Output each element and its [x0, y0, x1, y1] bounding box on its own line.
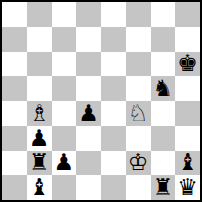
- square-d1[interactable]: [76, 175, 101, 200]
- square-h7[interactable]: [175, 27, 200, 52]
- square-e7[interactable]: [101, 27, 126, 52]
- piece-black-king: ♚: [177, 52, 198, 75]
- square-e4[interactable]: [101, 101, 126, 126]
- square-d8[interactable]: [76, 2, 101, 27]
- square-c2[interactable]: ♟: [52, 151, 77, 176]
- square-d7[interactable]: [76, 27, 101, 52]
- square-f2[interactable]: ♔: [126, 151, 151, 176]
- square-e3[interactable]: [101, 126, 126, 151]
- piece-black-pawn: ♟: [29, 127, 50, 150]
- square-b5[interactable]: [27, 76, 52, 101]
- piece-black-pawn: ♟: [78, 102, 99, 125]
- square-c7[interactable]: [52, 27, 77, 52]
- square-d3[interactable]: [76, 126, 101, 151]
- square-h5[interactable]: [175, 76, 200, 101]
- square-h4[interactable]: [175, 101, 200, 126]
- square-h6[interactable]: ♚: [175, 52, 200, 77]
- piece-black-pawn: ♟: [54, 151, 75, 174]
- square-a5[interactable]: [2, 76, 27, 101]
- square-b8[interactable]: [27, 2, 52, 27]
- piece-white-knight: ♘: [128, 102, 149, 125]
- square-a1[interactable]: [2, 175, 27, 200]
- piece-black-rook: ♜: [153, 176, 174, 199]
- square-b4[interactable]: ♗: [27, 101, 52, 126]
- square-e2[interactable]: [101, 151, 126, 176]
- chess-board-frame: ♚♞♗♟♘♟♜♟♔♝♝♜♛: [0, 0, 202, 202]
- square-b3[interactable]: ♟: [27, 126, 52, 151]
- square-g6[interactable]: [151, 52, 176, 77]
- square-d5[interactable]: [76, 76, 101, 101]
- square-f1[interactable]: [126, 175, 151, 200]
- square-c8[interactable]: [52, 2, 77, 27]
- square-c1[interactable]: [52, 175, 77, 200]
- square-g7[interactable]: [151, 27, 176, 52]
- square-g8[interactable]: [151, 2, 176, 27]
- square-g3[interactable]: [151, 126, 176, 151]
- square-f6[interactable]: [126, 52, 151, 77]
- square-e1[interactable]: [101, 175, 126, 200]
- square-g4[interactable]: [151, 101, 176, 126]
- piece-black-bishop: ♝: [29, 176, 50, 199]
- square-g5[interactable]: ♞: [151, 76, 176, 101]
- square-h2[interactable]: ♝: [175, 151, 200, 176]
- square-e8[interactable]: [101, 2, 126, 27]
- square-b1[interactable]: ♝: [27, 175, 52, 200]
- square-b2[interactable]: ♜: [27, 151, 52, 176]
- square-g2[interactable]: [151, 151, 176, 176]
- square-c4[interactable]: [52, 101, 77, 126]
- square-c5[interactable]: [52, 76, 77, 101]
- piece-black-rook: ♜: [29, 151, 50, 174]
- square-f5[interactable]: [126, 76, 151, 101]
- square-e6[interactable]: [101, 52, 126, 77]
- square-h8[interactable]: [175, 2, 200, 27]
- square-e5[interactable]: [101, 76, 126, 101]
- piece-white-bishop: ♗: [29, 102, 50, 125]
- square-a8[interactable]: [2, 2, 27, 27]
- square-f8[interactable]: [126, 2, 151, 27]
- square-d2[interactable]: [76, 151, 101, 176]
- square-f4[interactable]: ♘: [126, 101, 151, 126]
- piece-black-queen: ♛: [177, 176, 198, 199]
- square-a7[interactable]: [2, 27, 27, 52]
- square-a2[interactable]: [2, 151, 27, 176]
- square-a3[interactable]: [2, 126, 27, 151]
- square-b6[interactable]: [27, 52, 52, 77]
- square-g1[interactable]: ♜: [151, 175, 176, 200]
- square-b7[interactable]: [27, 27, 52, 52]
- square-f7[interactable]: [126, 27, 151, 52]
- square-d6[interactable]: [76, 52, 101, 77]
- piece-black-bishop: ♝: [177, 151, 198, 174]
- square-c3[interactable]: [52, 126, 77, 151]
- piece-white-king: ♔: [128, 151, 149, 174]
- square-d4[interactable]: ♟: [76, 101, 101, 126]
- square-h3[interactable]: [175, 126, 200, 151]
- square-h1[interactable]: ♛: [175, 175, 200, 200]
- chess-board: ♚♞♗♟♘♟♜♟♔♝♝♜♛: [2, 2, 200, 200]
- square-c6[interactable]: [52, 52, 77, 77]
- square-a4[interactable]: [2, 101, 27, 126]
- piece-black-knight: ♞: [153, 77, 174, 100]
- square-a6[interactable]: [2, 52, 27, 77]
- square-f3[interactable]: [126, 126, 151, 151]
